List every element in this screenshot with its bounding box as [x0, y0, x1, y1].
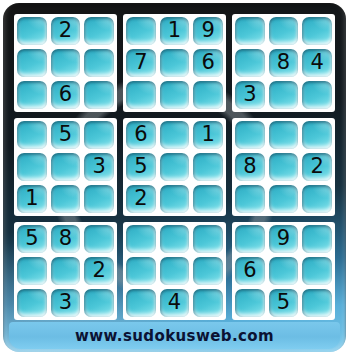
given-digit: 1: [168, 20, 181, 41]
cell-r9c9[interactable]: [302, 289, 332, 317]
cell-r5c8[interactable]: [269, 153, 299, 181]
cell-r4c5[interactable]: [160, 121, 190, 149]
cell-r7c6[interactable]: [193, 225, 223, 253]
cell-r4c1[interactable]: [17, 121, 47, 149]
cell-r2c8[interactable]: 8: [269, 49, 299, 77]
cell-r7c9[interactable]: [302, 225, 332, 253]
given-digit: 5: [277, 292, 290, 313]
cell-r2c7[interactable]: [235, 49, 265, 77]
cell-r2c3[interactable]: [84, 49, 114, 77]
cell-r5c3[interactable]: 3: [84, 153, 114, 181]
given-digit: 3: [243, 84, 256, 105]
cell-r2c5[interactable]: [160, 49, 190, 77]
given-digit: 8: [59, 228, 72, 249]
cell-r9c1[interactable]: [17, 289, 47, 317]
given-digit: 8: [243, 156, 256, 177]
cell-r1c1[interactable]: [17, 17, 47, 45]
cell-r4c4[interactable]: 6: [126, 121, 156, 149]
given-digit: 6: [243, 260, 256, 281]
cell-r2c2[interactable]: [51, 49, 81, 77]
cell-r3c8[interactable]: [269, 81, 299, 109]
box-5: 6152: [123, 118, 226, 216]
cell-r4c8[interactable]: [269, 121, 299, 149]
given-digit: 4: [310, 52, 323, 73]
cell-r2c4[interactable]: 7: [126, 49, 156, 77]
cell-r6c8[interactable]: [269, 185, 299, 213]
cell-r8c7[interactable]: 6: [235, 257, 265, 285]
box-8: 4: [123, 222, 226, 320]
cell-r1c4[interactable]: [126, 17, 156, 45]
cell-r7c8[interactable]: 9: [269, 225, 299, 253]
sudoku-board: 26197684353161528258234965: [14, 14, 335, 320]
cell-r6c9[interactable]: [302, 185, 332, 213]
cell-r9c7[interactable]: [235, 289, 265, 317]
cell-r6c2[interactable]: [51, 185, 81, 213]
box-9: 965: [232, 222, 335, 320]
cell-r4c3[interactable]: [84, 121, 114, 149]
cell-r6c4[interactable]: 2: [126, 185, 156, 213]
cell-r8c3[interactable]: 2: [84, 257, 114, 285]
cell-r5c7[interactable]: 8: [235, 153, 265, 181]
cell-r2c9[interactable]: 4: [302, 49, 332, 77]
cell-r6c1[interactable]: 1: [17, 185, 47, 213]
cell-r6c7[interactable]: [235, 185, 265, 213]
box-7: 5823: [14, 222, 117, 320]
cell-r4c6[interactable]: 1: [193, 121, 223, 149]
given-digit: 6: [201, 52, 214, 73]
cell-r9c8[interactable]: 5: [269, 289, 299, 317]
cell-r8c9[interactable]: [302, 257, 332, 285]
cell-r3c9[interactable]: [302, 81, 332, 109]
cell-r4c2[interactable]: 5: [51, 121, 81, 149]
cell-r1c8[interactable]: [269, 17, 299, 45]
cell-r1c6[interactable]: 9: [193, 17, 223, 45]
cell-r1c5[interactable]: 1: [160, 17, 190, 45]
cell-r3c5[interactable]: [160, 81, 190, 109]
given-digit: 2: [134, 188, 147, 209]
cell-r8c1[interactable]: [17, 257, 47, 285]
cell-r9c3[interactable]: [84, 289, 114, 317]
box-1: 26: [14, 14, 117, 112]
given-digit: 3: [92, 156, 105, 177]
box-4: 531: [14, 118, 117, 216]
cell-r9c2[interactable]: 3: [51, 289, 81, 317]
box-2: 1976: [123, 14, 226, 112]
cell-r1c2[interactable]: 2: [51, 17, 81, 45]
footer-bar: www.sudokusweb.com: [9, 322, 340, 349]
sudoku-app-frame: 26197684353161528258234965 www.sudokuswe…: [3, 3, 346, 352]
cell-r3c4[interactable]: [126, 81, 156, 109]
given-digit: 1: [201, 124, 214, 145]
given-digit: 5: [134, 156, 147, 177]
cell-r4c7[interactable]: [235, 121, 265, 149]
cell-r8c6[interactable]: [193, 257, 223, 285]
given-digit: 1: [25, 188, 38, 209]
cell-r7c2[interactable]: 8: [51, 225, 81, 253]
given-digit: 9: [277, 228, 290, 249]
given-digit: 9: [201, 20, 214, 41]
cell-r6c5[interactable]: [160, 185, 190, 213]
cell-r8c5[interactable]: [160, 257, 190, 285]
cell-r1c9[interactable]: [302, 17, 332, 45]
given-digit: 4: [168, 292, 181, 313]
cell-r3c3[interactable]: [84, 81, 114, 109]
cell-r1c3[interactable]: [84, 17, 114, 45]
cell-r8c4[interactable]: [126, 257, 156, 285]
cell-r5c4[interactable]: 5: [126, 153, 156, 181]
cell-r4c9[interactable]: [302, 121, 332, 149]
given-digit: 6: [134, 124, 147, 145]
cell-r9c6[interactable]: [193, 289, 223, 317]
given-digit: 7: [134, 52, 147, 73]
cell-r7c7[interactable]: [235, 225, 265, 253]
cell-r2c6[interactable]: 6: [193, 49, 223, 77]
cell-r7c5[interactable]: [160, 225, 190, 253]
cell-r8c8[interactable]: [269, 257, 299, 285]
given-digit: 6: [59, 84, 72, 105]
given-digit: 2: [310, 156, 323, 177]
box-6: 82: [232, 118, 335, 216]
cell-r9c4[interactable]: [126, 289, 156, 317]
cell-r3c6[interactable]: [193, 81, 223, 109]
cell-r5c6[interactable]: [193, 153, 223, 181]
given-digit: 5: [25, 228, 38, 249]
given-digit: 2: [59, 20, 72, 41]
cell-r5c9[interactable]: 2: [302, 153, 332, 181]
cell-r8c2[interactable]: [51, 257, 81, 285]
cell-r6c3[interactable]: [84, 185, 114, 213]
cell-r9c5[interactable]: 4: [160, 289, 190, 317]
box-3: 843: [232, 14, 335, 112]
website-url[interactable]: www.sudokusweb.com: [75, 327, 274, 345]
cell-r5c1[interactable]: [17, 153, 47, 181]
cell-r7c4[interactable]: [126, 225, 156, 253]
given-digit: 8: [277, 52, 290, 73]
cell-r5c5[interactable]: [160, 153, 190, 181]
cell-r7c3[interactable]: [84, 225, 114, 253]
cell-r2c1[interactable]: [17, 49, 47, 77]
cell-r1c7[interactable]: [235, 17, 265, 45]
cell-r7c1[interactable]: 5: [17, 225, 47, 253]
cell-r3c1[interactable]: [17, 81, 47, 109]
cell-r3c2[interactable]: 6: [51, 81, 81, 109]
given-digit: 2: [92, 260, 105, 281]
cell-r3c7[interactable]: 3: [235, 81, 265, 109]
given-digit: 3: [59, 292, 72, 313]
cell-r5c2[interactable]: [51, 153, 81, 181]
given-digit: 5: [59, 124, 72, 145]
cell-r6c6[interactable]: [193, 185, 223, 213]
